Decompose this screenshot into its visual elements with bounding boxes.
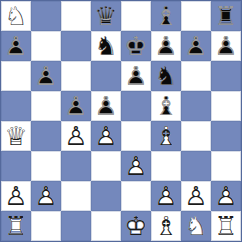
black-knight[interactable]: ♞♘	[151, 61, 181, 91]
white-knight-outline-glyph: ♘	[181, 211, 211, 241]
white-pawn[interactable]: ♟♙	[1, 181, 31, 211]
square-d7[interactable]: ♞♘	[91, 31, 121, 61]
square-g3[interactable]	[181, 151, 211, 181]
white-pawn-outline-glyph: ♙	[181, 181, 211, 211]
black-pawn-outline-glyph: ♙	[121, 61, 151, 91]
square-b4[interactable]	[31, 121, 61, 151]
white-rook[interactable]: ♜♖	[1, 211, 31, 241]
square-d6[interactable]	[91, 61, 121, 91]
square-e6[interactable]: ♟♙	[121, 61, 151, 91]
square-f5[interactable]: ♝♗	[151, 91, 181, 121]
square-f7[interactable]: ♟♙	[151, 31, 181, 61]
square-c2[interactable]	[61, 181, 91, 211]
white-knight-outline-glyph: ♘	[1, 1, 31, 31]
square-h5[interactable]	[211, 91, 241, 121]
white-pawn[interactable]: ♟♙	[211, 181, 241, 211]
white-king[interactable]: ♚♔	[121, 211, 151, 241]
black-rook-outline-glyph: ♖	[211, 1, 241, 31]
chess-board-container: ♞♘♛♕♝♗♜♖♟♙♞♘♚♔♟♙♟♙♟♙♟♙♟♙♞♘♟♙♟♙♝♗♛♕♟♙♟♙♝♗…	[0, 0, 242, 242]
black-pawn[interactable]: ♟♙	[91, 91, 121, 121]
square-e5[interactable]	[121, 91, 151, 121]
black-pawn[interactable]: ♟♙	[181, 31, 211, 61]
white-pawn-outline-glyph: ♙	[1, 181, 31, 211]
black-pawn[interactable]: ♟♙	[121, 61, 151, 91]
square-f4[interactable]: ♝♗	[151, 121, 181, 151]
white-queen[interactable]: ♛♕	[1, 121, 31, 151]
square-g2[interactable]: ♟♙	[181, 181, 211, 211]
square-g8[interactable]	[181, 1, 211, 31]
square-a8[interactable]: ♞♘	[1, 1, 31, 31]
square-a7[interactable]: ♟♙	[1, 31, 31, 61]
square-b1[interactable]	[31, 211, 61, 241]
square-d8[interactable]: ♛♕	[91, 1, 121, 31]
square-a1[interactable]: ♜♖	[1, 211, 31, 241]
white-pawn[interactable]: ♟♙	[121, 151, 151, 181]
square-b6[interactable]: ♟♙	[31, 61, 61, 91]
black-pawn[interactable]: ♟♙	[31, 61, 61, 91]
white-pawn[interactable]: ♟♙	[181, 181, 211, 211]
chess-board: ♞♘♛♕♝♗♜♖♟♙♞♘♚♔♟♙♟♙♟♙♟♙♟♙♞♘♟♙♟♙♝♗♛♕♟♙♟♙♝♗…	[0, 0, 242, 242]
square-f8[interactable]: ♝♗	[151, 1, 181, 31]
black-queen-outline-glyph: ♕	[91, 1, 121, 31]
white-bishop[interactable]: ♝♗	[151, 121, 181, 151]
black-pawn-outline-glyph: ♙	[211, 31, 241, 61]
black-bishop[interactable]: ♝♗	[151, 91, 181, 121]
white-pawn-outline-glyph: ♙	[61, 121, 91, 151]
square-g1[interactable]: ♞♘	[181, 211, 211, 241]
white-knight[interactable]: ♞♘	[1, 1, 31, 31]
black-pawn[interactable]: ♟♙	[1, 31, 31, 61]
square-a6[interactable]	[1, 61, 31, 91]
black-bishop-outline-glyph: ♗	[151, 91, 181, 121]
square-h7[interactable]: ♟♙	[211, 31, 241, 61]
square-e8[interactable]	[121, 1, 151, 31]
white-pawn-outline-glyph: ♙	[91, 121, 121, 151]
square-c8[interactable]	[61, 1, 91, 31]
square-e4[interactable]	[121, 121, 151, 151]
square-b2[interactable]: ♟♙	[31, 181, 61, 211]
square-e3[interactable]: ♟♙	[121, 151, 151, 181]
white-rook-outline-glyph: ♖	[1, 211, 31, 241]
square-c7[interactable]	[61, 31, 91, 61]
black-pawn-outline-glyph: ♙	[1, 31, 31, 61]
white-rook[interactable]: ♜♖	[211, 211, 241, 241]
square-f6[interactable]: ♞♘	[151, 61, 181, 91]
square-a2[interactable]: ♟♙	[1, 181, 31, 211]
square-a5[interactable]	[1, 91, 31, 121]
square-h4[interactable]	[211, 121, 241, 151]
white-pawn[interactable]: ♟♙	[31, 181, 61, 211]
square-h3[interactable]	[211, 151, 241, 181]
black-pawn-outline-glyph: ♙	[181, 31, 211, 61]
black-pawn-outline-glyph: ♙	[31, 61, 61, 91]
square-c6[interactable]	[61, 61, 91, 91]
black-knight-outline-glyph: ♘	[151, 61, 181, 91]
square-h6[interactable]	[211, 61, 241, 91]
square-c3[interactable]	[61, 151, 91, 181]
square-b7[interactable]	[31, 31, 61, 61]
square-f2[interactable]: ♟♙	[151, 181, 181, 211]
black-bishop-outline-glyph: ♗	[151, 1, 181, 31]
square-e2[interactable]	[121, 181, 151, 211]
square-b8[interactable]	[31, 1, 61, 31]
white-bishop[interactable]: ♝♗	[151, 211, 181, 241]
black-king[interactable]: ♚♔	[121, 31, 151, 61]
white-pawn-outline-glyph: ♙	[121, 151, 151, 181]
square-g4[interactable]	[181, 121, 211, 151]
white-rook-outline-glyph: ♖	[211, 211, 241, 241]
white-pawn-outline-glyph: ♙	[151, 181, 181, 211]
square-d1[interactable]	[91, 211, 121, 241]
square-h8[interactable]: ♜♖	[211, 1, 241, 31]
white-pawn-outline-glyph: ♙	[211, 181, 241, 211]
square-c5[interactable]: ♟♙	[61, 91, 91, 121]
white-bishop-outline-glyph: ♗	[151, 211, 181, 241]
black-pawn[interactable]: ♟♙	[151, 31, 181, 61]
black-pawn[interactable]: ♟♙	[61, 91, 91, 121]
square-d3[interactable]	[91, 151, 121, 181]
black-rook[interactable]: ♜♖	[211, 1, 241, 31]
black-knight-outline-glyph: ♘	[91, 31, 121, 61]
square-c1[interactable]	[61, 211, 91, 241]
white-pawn-outline-glyph: ♙	[31, 181, 61, 211]
white-knight[interactable]: ♞♘	[181, 211, 211, 241]
square-a4[interactable]: ♛♕	[1, 121, 31, 151]
square-h2[interactable]: ♟♙	[211, 181, 241, 211]
white-queen-outline-glyph: ♕	[1, 121, 31, 151]
white-pawn[interactable]: ♟♙	[61, 121, 91, 151]
square-g7[interactable]: ♟♙	[181, 31, 211, 61]
square-g6[interactable]	[181, 61, 211, 91]
white-king-outline-glyph: ♔	[121, 211, 151, 241]
square-g5[interactable]	[181, 91, 211, 121]
white-bishop-outline-glyph: ♗	[151, 121, 181, 151]
square-e7[interactable]: ♚♔	[121, 31, 151, 61]
square-a3[interactable]	[1, 151, 31, 181]
black-pawn-outline-glyph: ♙	[61, 91, 91, 121]
black-king-outline-glyph: ♔	[121, 31, 151, 61]
square-c4[interactable]: ♟♙	[61, 121, 91, 151]
square-b5[interactable]	[31, 91, 61, 121]
black-bishop[interactable]: ♝♗	[151, 1, 181, 31]
square-d2[interactable]	[91, 181, 121, 211]
square-f1[interactable]: ♝♗	[151, 211, 181, 241]
square-d5[interactable]: ♟♙	[91, 91, 121, 121]
white-pawn[interactable]: ♟♙	[91, 121, 121, 151]
black-pawn[interactable]: ♟♙	[211, 31, 241, 61]
black-queen[interactable]: ♛♕	[91, 1, 121, 31]
square-d4[interactable]: ♟♙	[91, 121, 121, 151]
white-pawn[interactable]: ♟♙	[151, 181, 181, 211]
square-h1[interactable]: ♜♖	[211, 211, 241, 241]
black-pawn-outline-glyph: ♙	[151, 31, 181, 61]
black-pawn-outline-glyph: ♙	[91, 91, 121, 121]
square-f3[interactable]	[151, 151, 181, 181]
black-knight[interactable]: ♞♘	[91, 31, 121, 61]
square-b3[interactable]	[31, 151, 61, 181]
square-e1[interactable]: ♚♔	[121, 211, 151, 241]
